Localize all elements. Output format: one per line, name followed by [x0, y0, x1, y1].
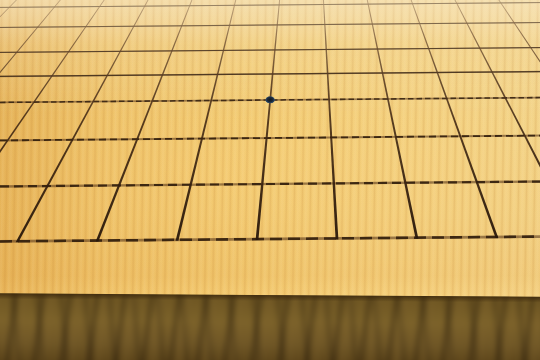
goban-photo-scene	[0, 0, 540, 360]
table-wood-grain	[0, 293, 540, 360]
table-surface	[0, 293, 540, 360]
go-board-surface	[0, 0, 540, 297]
